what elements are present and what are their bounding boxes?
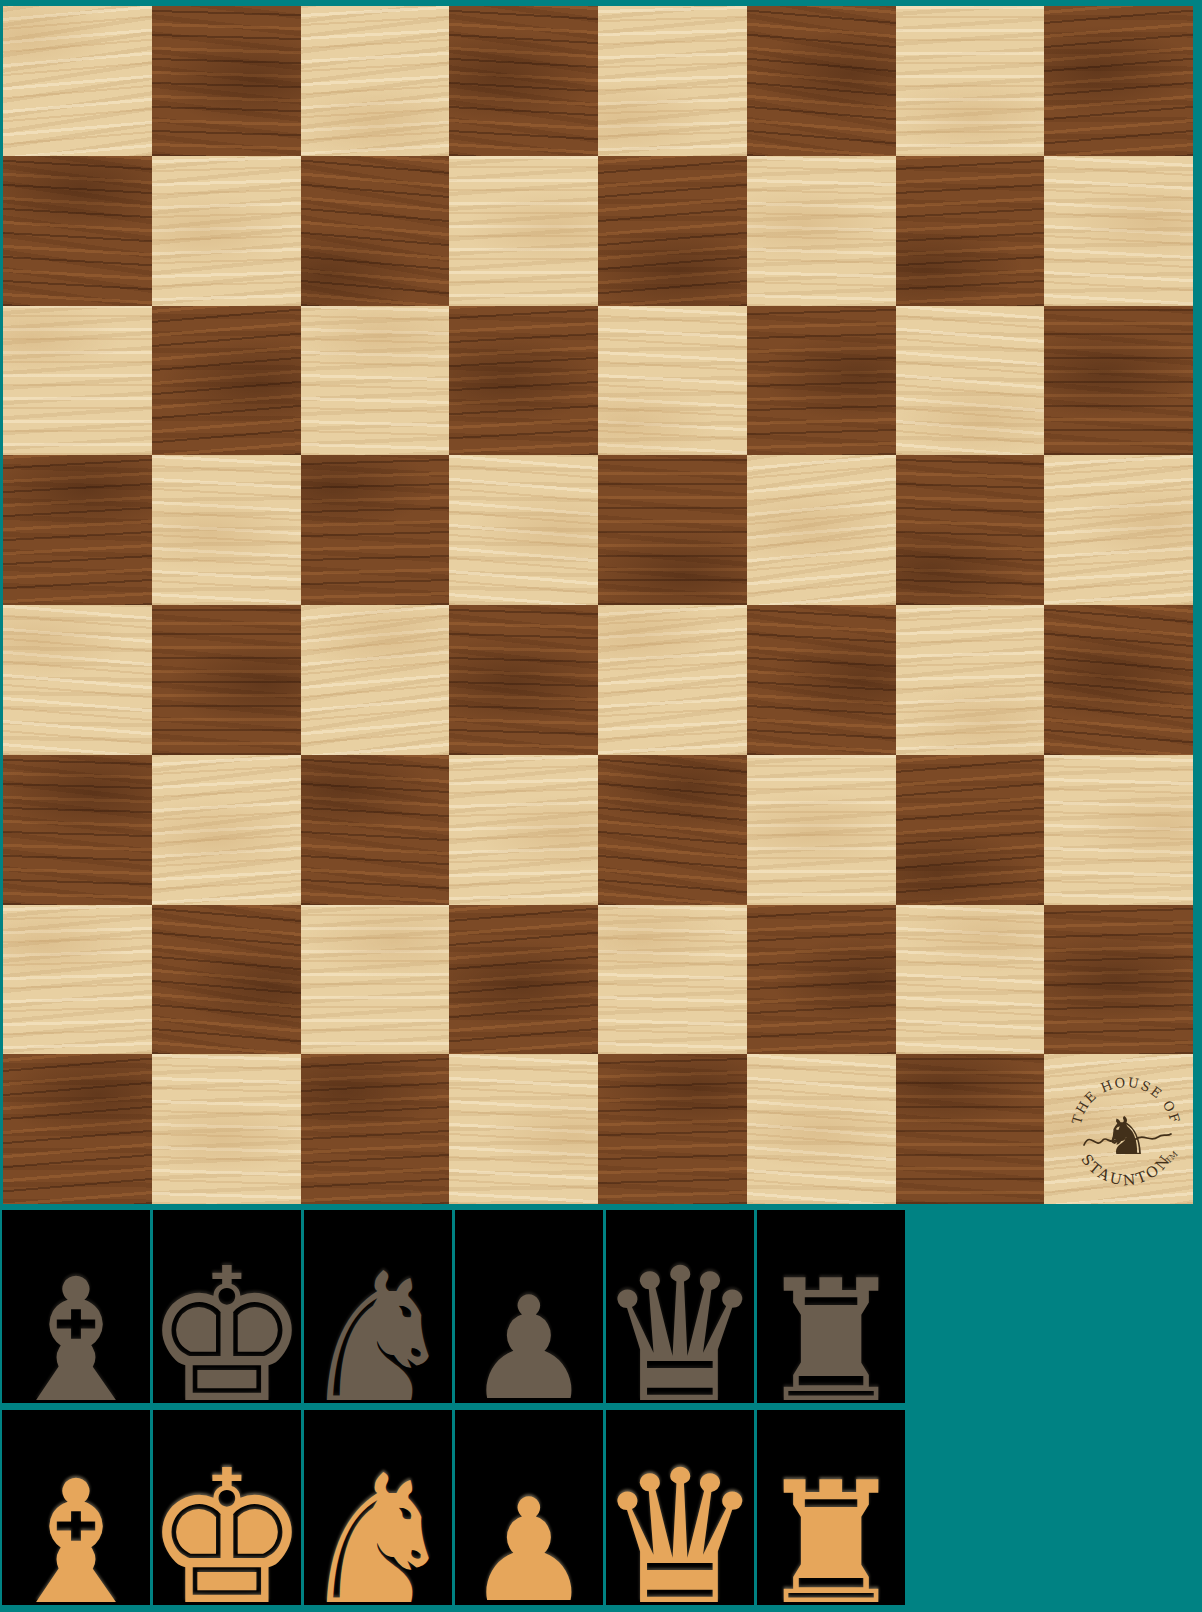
logo-svg: THE HOUSE OF STAUNTON ♞ TM [1064, 1070, 1188, 1196]
sprite-dark-pawn[interactable]: ♟ [455, 1210, 603, 1403]
square-d2[interactable] [449, 905, 598, 1055]
square-f3[interactable] [747, 755, 896, 905]
square-b3[interactable] [152, 755, 301, 905]
square-a4[interactable] [3, 605, 152, 755]
square-c8[interactable] [301, 6, 450, 156]
square-g5[interactable] [896, 455, 1045, 605]
sprite-dark-king[interactable]: ♚ [153, 1210, 301, 1403]
square-e7[interactable] [598, 156, 747, 306]
square-b4[interactable] [152, 605, 301, 755]
square-f6[interactable] [747, 306, 896, 456]
square-f2[interactable] [747, 905, 896, 1055]
square-a5[interactable] [3, 455, 152, 605]
square-g1[interactable] [896, 1054, 1045, 1204]
square-f7[interactable] [747, 156, 896, 306]
square-g8[interactable] [896, 6, 1045, 156]
square-h3[interactable] [1044, 755, 1193, 905]
square-c1[interactable] [301, 1054, 450, 1204]
sprite-dark-knight[interactable]: ♞ [304, 1210, 452, 1403]
square-a1[interactable] [3, 1054, 152, 1204]
square-c2[interactable] [301, 905, 450, 1055]
square-a7[interactable] [3, 156, 152, 306]
sprite-dark-queen[interactable]: ♛ [606, 1210, 754, 1403]
square-g6[interactable] [896, 306, 1045, 456]
square-g2[interactable] [896, 905, 1045, 1055]
light-pawn-icon: ♟ [465, 1480, 592, 1605]
square-e2[interactable] [598, 905, 747, 1055]
square-h6[interactable] [1044, 306, 1193, 456]
square-c6[interactable] [301, 306, 450, 456]
square-d8[interactable] [449, 6, 598, 156]
square-a3[interactable] [3, 755, 152, 905]
square-f5[interactable] [747, 455, 896, 605]
square-b1[interactable] [152, 1054, 301, 1204]
square-c4[interactable] [301, 605, 450, 755]
sprite-dark-bishop[interactable]: ♝ [2, 1210, 150, 1403]
dark-pawn-icon: ♟ [465, 1278, 592, 1403]
square-b5[interactable] [152, 455, 301, 605]
square-a8[interactable] [3, 6, 152, 156]
square-c3[interactable] [301, 755, 450, 905]
square-b2[interactable] [152, 905, 301, 1055]
light-king-icon: ♚ [153, 1446, 301, 1605]
piece-sprites-light-row: ♝♚♞♟♛♜ [2, 1410, 905, 1605]
square-b8[interactable] [152, 6, 301, 156]
light-bishop-icon: ♝ [2, 1458, 150, 1605]
square-g7[interactable] [896, 156, 1045, 306]
square-c5[interactable] [301, 455, 450, 605]
sprite-light-queen[interactable]: ♛ [606, 1410, 754, 1605]
sprite-light-pawn[interactable]: ♟ [455, 1410, 603, 1605]
square-d6[interactable] [449, 306, 598, 456]
square-b6[interactable] [152, 306, 301, 456]
square-f4[interactable] [747, 605, 896, 755]
square-d3[interactable] [449, 755, 598, 905]
logo-knight-icon: ♞ [1103, 1106, 1150, 1166]
dark-queen-icon: ♛ [606, 1244, 754, 1403]
square-d1[interactable] [449, 1054, 598, 1204]
piece-sprites-dark-row: ♝♚♞♟♛♜ [2, 1210, 905, 1403]
square-f1[interactable] [747, 1054, 896, 1204]
square-f8[interactable] [747, 6, 896, 156]
square-h7[interactable] [1044, 156, 1193, 306]
square-h5[interactable] [1044, 455, 1193, 605]
square-g3[interactable] [896, 755, 1045, 905]
dark-bishop-icon: ♝ [2, 1256, 150, 1403]
light-rook-icon: ♜ [757, 1460, 905, 1605]
square-c7[interactable] [301, 156, 450, 306]
square-h8[interactable] [1044, 6, 1193, 156]
sprite-light-bishop[interactable]: ♝ [2, 1410, 150, 1605]
sprite-light-rook[interactable]: ♜ [757, 1410, 905, 1605]
square-e4[interactable] [598, 605, 747, 755]
house-of-staunton-logo: THE HOUSE OF STAUNTON ♞ TM [1064, 1070, 1188, 1196]
square-e5[interactable] [598, 455, 747, 605]
square-d4[interactable] [449, 605, 598, 755]
chess-board [3, 6, 1193, 1204]
sprite-light-king[interactable]: ♚ [153, 1410, 301, 1605]
sprite-light-knight[interactable]: ♞ [304, 1410, 452, 1605]
square-e6[interactable] [598, 306, 747, 456]
square-h2[interactable] [1044, 905, 1193, 1055]
square-b7[interactable] [152, 156, 301, 306]
light-knight-icon: ♞ [304, 1452, 452, 1605]
square-e3[interactable] [598, 755, 747, 905]
square-h4[interactable] [1044, 605, 1193, 755]
square-d5[interactable] [449, 455, 598, 605]
square-d7[interactable] [449, 156, 598, 306]
sprite-dark-rook[interactable]: ♜ [757, 1210, 905, 1403]
dark-rook-icon: ♜ [757, 1258, 905, 1403]
square-e8[interactable] [598, 6, 747, 156]
square-g4[interactable] [896, 605, 1045, 755]
square-a6[interactable] [3, 306, 152, 456]
square-a2[interactable] [3, 905, 152, 1055]
light-queen-icon: ♛ [606, 1446, 754, 1605]
dark-knight-icon: ♞ [304, 1250, 452, 1403]
dark-king-icon: ♚ [153, 1244, 301, 1403]
square-e1[interactable] [598, 1054, 747, 1204]
